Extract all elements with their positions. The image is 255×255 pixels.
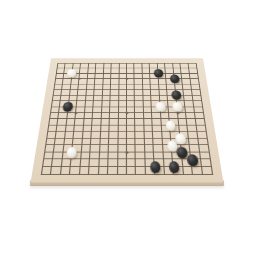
board-playing-area xyxy=(41,63,213,175)
stone-black xyxy=(170,74,180,82)
go-board xyxy=(31,58,224,182)
stone-black xyxy=(154,69,163,77)
go-board-photo xyxy=(0,0,255,255)
stones-layer xyxy=(41,63,213,175)
stone-white xyxy=(165,121,176,131)
stone-black xyxy=(62,102,73,111)
stone-black xyxy=(171,91,181,100)
stone-white xyxy=(66,147,78,158)
stone-white xyxy=(67,69,77,77)
stone-black xyxy=(150,162,161,174)
stone-white xyxy=(156,102,166,111)
stone-white xyxy=(173,102,184,111)
stone-black xyxy=(168,162,180,174)
stone-black xyxy=(186,154,198,165)
